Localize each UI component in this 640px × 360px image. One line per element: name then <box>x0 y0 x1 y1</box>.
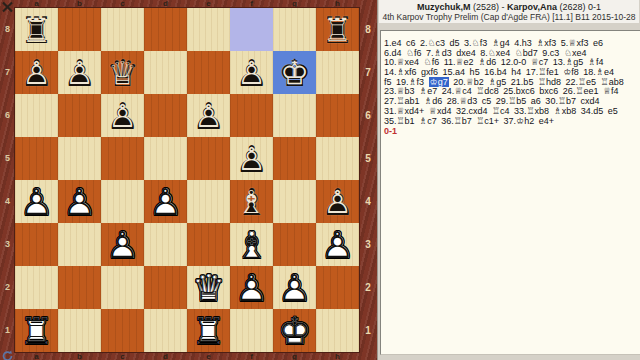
square-a8[interactable]: ♜♖ <box>15 8 58 51</box>
square-e1[interactable]: ♜♖ <box>187 309 230 352</box>
rank-label-5: 5 <box>359 137 377 180</box>
move-line: 35.♖b1 ♗c7 36.♖b7 ♖c1+ 37.♔h2 e4+ <box>384 117 637 127</box>
white-rook[interactable]: ♜♖ <box>15 309 58 352</box>
square-b5[interactable] <box>58 137 101 180</box>
square-b7[interactable]: ♟♙ <box>58 51 101 94</box>
black-pawn[interactable]: ♟♙ <box>15 51 58 94</box>
black-pawn[interactable]: ♟♙ <box>101 94 144 137</box>
rank-label-3: 3 <box>0 223 15 266</box>
piece-outline: ♙ <box>190 97 227 134</box>
players-line: Muzychuk,M (2528) - Karpov,Ana (2628) 0-… <box>379 2 639 12</box>
white-pawn[interactable]: ♟♙ <box>273 266 316 309</box>
square-g4[interactable] <box>273 180 316 223</box>
rank-label-4: 4 <box>359 180 377 223</box>
square-c6[interactable]: ♟♙ <box>101 94 144 137</box>
piece-outline: ♖ <box>319 11 356 48</box>
file-label-g: g <box>273 0 316 8</box>
moves-text[interactable]: 23.♕b3 ♗e7 24.♕c4 ♖dc8 25.bxc6 bxc6 26.♖… <box>384 86 619 96</box>
chess-app-window: abcdefgh abcdefgh 87654321 87654321 ♜♖♜♖… <box>0 0 640 360</box>
rank-label-1: 1 <box>0 309 15 352</box>
piece-outline: ♙ <box>15 180 58 223</box>
file-label-b: b <box>58 352 101 360</box>
rank-label-7: 7 <box>359 51 377 94</box>
rank-label-8: 8 <box>359 8 377 51</box>
square-c2[interactable] <box>101 266 144 309</box>
white-king[interactable]: ♚♔ <box>273 309 316 352</box>
game-result: 0-1 <box>384 126 637 136</box>
file-label-d: d <box>144 0 187 8</box>
piece-outline: ♙ <box>58 180 101 223</box>
square-g3[interactable] <box>273 223 316 266</box>
piece-outline: ♖ <box>15 309 58 352</box>
piece-outline: ♕ <box>104 54 141 91</box>
rank-labels-right: 87654321 <box>359 8 377 352</box>
rank-label-7: 7 <box>0 51 15 94</box>
players-dash: - <box>502 2 505 12</box>
square-b6[interactable] <box>58 94 101 137</box>
black-pawn[interactable]: ♟♙ <box>187 94 230 137</box>
chess-board: ♜♖♜♖♟♙♟♙♛♕♟♙♚♔♟♙♟♙♟♙♟♙♟♙♟♙♝♗♟♙♟♙♝♗♟♙♛♕♟♙… <box>15 8 359 352</box>
square-e3[interactable] <box>187 223 230 266</box>
white-rook[interactable]: ♜♖ <box>187 309 230 352</box>
square-g6[interactable] <box>273 94 316 137</box>
black-rating: (2628) <box>559 2 585 12</box>
white-pawn[interactable]: ♟♙ <box>230 266 273 309</box>
white-rating: (2528) <box>473 2 499 12</box>
piece-outline: ♙ <box>316 223 359 266</box>
black-pawn[interactable]: ♟♙ <box>316 180 359 223</box>
moves-text[interactable]: f5 19.♗f3 <box>384 77 429 87</box>
black-rook[interactable]: ♜♖ <box>316 8 359 51</box>
piece-outline: ♙ <box>18 54 55 91</box>
moves-text[interactable]: 31.♕xd4+ ♕xd4 32.cxd4 ♖c4 33.♖xb8 ♗xb8 3… <box>384 106 618 116</box>
black-rook[interactable]: ♜♖ <box>15 8 58 51</box>
square-b8[interactable] <box>58 8 101 51</box>
square-d6[interactable] <box>144 94 187 137</box>
white-pawn[interactable]: ♟♙ <box>101 223 144 266</box>
square-a1[interactable]: ♜♖ <box>15 309 58 352</box>
square-h4[interactable]: ♟♙ <box>316 180 359 223</box>
piece-outline: ♗ <box>230 223 273 266</box>
piece-outline: ♙ <box>104 97 141 134</box>
piece-outline: ♗ <box>233 183 270 220</box>
black-pawn[interactable]: ♟♙ <box>58 51 101 94</box>
file-label-c: c <box>101 352 144 360</box>
square-b4[interactable]: ♟♙ <box>58 180 101 223</box>
piece-outline: ♙ <box>101 223 144 266</box>
square-e8[interactable] <box>187 8 230 51</box>
white-pawn[interactable]: ♟♙ <box>316 223 359 266</box>
black-king[interactable]: ♚♔ <box>273 51 316 94</box>
square-h6[interactable] <box>316 94 359 137</box>
square-a3[interactable] <box>15 223 58 266</box>
event-info: 4th Karpov Trophy Prelim (Cap d'Agde FRA… <box>379 12 639 22</box>
square-g1[interactable]: ♚♔ <box>273 309 316 352</box>
rank-label-1: 1 <box>359 309 377 352</box>
piece-outline: ♙ <box>144 180 187 223</box>
square-h8[interactable]: ♜♖ <box>316 8 359 51</box>
header-result: 0-1 <box>588 2 601 12</box>
piece-outline: ♙ <box>230 266 273 309</box>
file-label-e: e <box>187 0 230 8</box>
moves-text[interactable]: 10.♕xe4 ♘f6 11.♕e2 ♗d6 12.0-0 ♕c7 13.♗g5… <box>384 57 603 67</box>
file-label-e: e <box>187 352 230 360</box>
square-h2[interactable] <box>316 266 359 309</box>
move-list[interactable]: 1.e4 c6 2.♘c3 d5 3.♘f3 ♗g4 4.h3 ♗xf3 5.♕… <box>380 30 640 355</box>
file-label-h: h <box>316 352 359 360</box>
square-a4[interactable]: ♟♙ <box>15 180 58 223</box>
square-a2[interactable] <box>15 266 58 309</box>
black-player-name: Karpov,Ana <box>507 2 557 12</box>
file-label-a: a <box>15 0 58 8</box>
square-d3[interactable] <box>144 223 187 266</box>
file-label-g: g <box>273 352 316 360</box>
file-labels-top: abcdefgh <box>15 0 359 8</box>
square-f4[interactable]: ♝♗ <box>230 180 273 223</box>
square-c1[interactable] <box>101 309 144 352</box>
square-e5[interactable] <box>187 137 230 180</box>
file-label-f: f <box>230 352 273 360</box>
square-c4[interactable] <box>101 180 144 223</box>
square-f2[interactable]: ♟♙ <box>230 266 273 309</box>
square-h5[interactable] <box>316 137 359 180</box>
piece-outline: ♙ <box>233 54 270 91</box>
file-labels-bottom: abcdefgh <box>15 352 359 360</box>
white-pawn[interactable]: ♟♙ <box>58 180 101 223</box>
square-f6[interactable] <box>230 94 273 137</box>
rank-labels-left: 87654321 <box>0 8 15 352</box>
piece-outline: ♔ <box>273 309 316 352</box>
square-d5[interactable] <box>144 137 187 180</box>
rank-label-3: 3 <box>359 223 377 266</box>
piece-outline: ♖ <box>18 11 55 48</box>
rank-label-6: 6 <box>0 94 15 137</box>
square-c8[interactable] <box>101 8 144 51</box>
square-d8[interactable] <box>144 8 187 51</box>
square-h1[interactable] <box>316 309 359 352</box>
board-frame: abcdefgh abcdefgh 87654321 87654321 ♜♖♜♖… <box>0 0 377 360</box>
square-d2[interactable] <box>144 266 187 309</box>
square-a7[interactable]: ♟♙ <box>15 51 58 94</box>
square-c7[interactable]: ♛♕ <box>101 51 144 94</box>
square-e7[interactable] <box>187 51 230 94</box>
square-f3[interactable]: ♝♗ <box>230 223 273 266</box>
square-f1[interactable] <box>230 309 273 352</box>
rank-label-6: 6 <box>359 94 377 137</box>
moves-text[interactable]: 6.d4 ♘f6 7.♗d3 dxe4 8.♘xe4 ♘bd7 9.c3 ♘xe… <box>384 48 586 58</box>
file-label-d: d <box>144 352 187 360</box>
black-pawn[interactable]: ♟♙ <box>230 137 273 180</box>
square-b2[interactable] <box>58 266 101 309</box>
square-f5[interactable]: ♟♙ <box>230 137 273 180</box>
black-pawn[interactable]: ♟♙ <box>230 51 273 94</box>
file-label-c: c <box>101 0 144 8</box>
current-move-highlight[interactable]: ♔g7 <box>429 77 449 87</box>
square-d4[interactable]: ♟♙ <box>144 180 187 223</box>
square-b1[interactable] <box>58 309 101 352</box>
game-header: Muzychuk,M (2528) - Karpov,Ana (2628) 0-… <box>379 0 639 23</box>
piece-outline: ♙ <box>273 266 316 309</box>
square-c5[interactable] <box>101 137 144 180</box>
square-h3[interactable]: ♟♙ <box>316 223 359 266</box>
square-g8[interactable] <box>273 8 316 51</box>
file-label-h: h <box>316 0 359 8</box>
square-a6[interactable] <box>15 94 58 137</box>
moves-text[interactable]: 20.♕b2 ♗g5 21.b5 ♖hd8 22.♖e5 ♖ab8 <box>449 77 624 87</box>
square-f8[interactable] <box>230 8 273 51</box>
file-label-f: f <box>230 0 273 8</box>
white-bishop[interactable]: ♝♗ <box>230 223 273 266</box>
square-g5[interactable] <box>273 137 316 180</box>
piece-outline: ♔ <box>276 54 313 91</box>
piece-outline: ♕ <box>187 266 230 309</box>
file-label-b: b <box>58 0 101 8</box>
square-a5[interactable] <box>15 137 58 180</box>
square-e4[interactable] <box>187 180 230 223</box>
square-g2[interactable]: ♟♙ <box>273 266 316 309</box>
white-player-name: Muzychuk,M <box>417 2 471 12</box>
rank-label-2: 2 <box>0 266 15 309</box>
rank-label-2: 2 <box>359 266 377 309</box>
piece-outline: ♙ <box>61 54 98 91</box>
white-pawn[interactable]: ♟♙ <box>15 180 58 223</box>
square-g7[interactable]: ♚♔ <box>273 51 316 94</box>
square-f7[interactable]: ♟♙ <box>230 51 273 94</box>
file-label-a: a <box>15 352 58 360</box>
moves-text[interactable]: 27.♖ab1 ♗d6 28.♕d3 c5 29.♖b5 a6 30.♖b7 c… <box>384 96 599 106</box>
square-b3[interactable] <box>58 223 101 266</box>
notation-panel: Muzychuk,M (2528) - Karpov,Ana (2628) 0-… <box>377 0 640 360</box>
piece-outline: ♖ <box>187 309 230 352</box>
rank-label-8: 8 <box>0 8 15 51</box>
rank-label-5: 5 <box>0 137 15 180</box>
white-pawn[interactable]: ♟♙ <box>144 180 187 223</box>
square-e6[interactable]: ♟♙ <box>187 94 230 137</box>
piece-outline: ♙ <box>319 183 356 220</box>
square-h7[interactable] <box>316 51 359 94</box>
square-d7[interactable] <box>144 51 187 94</box>
moves-text[interactable]: 14.♗xf6 gxf6 15.a4 h5 16.b4 h4 17.♖fe1 ♔… <box>384 67 614 77</box>
rank-label-4: 4 <box>0 180 15 223</box>
piece-outline: ♙ <box>233 140 270 177</box>
square-d1[interactable] <box>144 309 187 352</box>
white-queen[interactable]: ♛♕ <box>187 266 230 309</box>
black-queen[interactable]: ♛♕ <box>101 51 144 94</box>
square-c3[interactable]: ♟♙ <box>101 223 144 266</box>
moves-text[interactable]: 35.♖b1 ♗c7 36.♖b7 ♖c1+ 37.♔h2 e4+ <box>384 116 554 126</box>
square-e2[interactable]: ♛♕ <box>187 266 230 309</box>
black-bishop[interactable]: ♝♗ <box>230 180 273 223</box>
moves-text[interactable]: 1.e4 c6 2.♘c3 d5 3.♘f3 ♗g4 4.h3 ♗xf3 5.♕… <box>384 38 603 48</box>
